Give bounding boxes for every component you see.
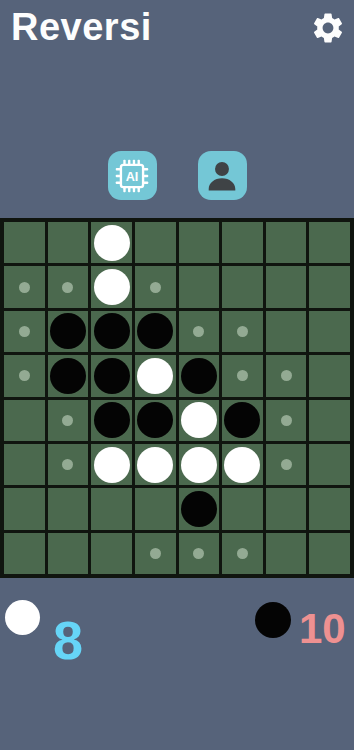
cell-f7[interactable] [222,488,263,529]
white-score-disc [5,600,40,635]
cell-d2[interactable] [135,266,176,307]
cell-e1[interactable] [179,222,220,263]
black-disc [224,402,260,438]
ai-mode-button[interactable]: AI [108,151,157,200]
legal-move-hint [62,459,73,470]
app-screen: Reversi [0,0,354,750]
cell-e2[interactable] [179,266,220,307]
cell-b4[interactable] [48,355,89,396]
cell-a3[interactable] [4,311,45,352]
cell-a7[interactable] [4,488,45,529]
cell-e8[interactable] [179,533,220,574]
black-disc [181,491,217,527]
legal-move-hint [19,282,30,293]
cell-c4[interactable] [91,355,132,396]
cell-a5[interactable] [4,400,45,441]
cell-c7[interactable] [91,488,132,529]
cell-d5[interactable] [135,400,176,441]
cell-f4[interactable] [222,355,263,396]
cell-g8[interactable] [266,533,307,574]
cell-a8[interactable] [4,533,45,574]
white-score-count: 8 [53,613,83,667]
cell-g7[interactable] [266,488,307,529]
white-disc [137,358,173,394]
cell-a6[interactable] [4,444,45,485]
cell-b3[interactable] [48,311,89,352]
cell-c5[interactable] [91,400,132,441]
cell-c3[interactable] [91,311,132,352]
cell-d6[interactable] [135,444,176,485]
cell-h4[interactable] [309,355,350,396]
cell-h5[interactable] [309,400,350,441]
cell-g5[interactable] [266,400,307,441]
ai-chip-icon: AI [113,157,151,195]
legal-move-hint [150,282,161,293]
cell-e6[interactable] [179,444,220,485]
cell-h1[interactable] [309,222,350,263]
cell-b2[interactable] [48,266,89,307]
cell-b6[interactable] [48,444,89,485]
cell-d4[interactable] [135,355,176,396]
page-title: Reversi [11,6,152,49]
cell-h6[interactable] [309,444,350,485]
black-score-disc [255,602,291,638]
cell-e3[interactable] [179,311,220,352]
board [0,218,354,578]
cell-c2[interactable] [91,266,132,307]
cell-g2[interactable] [266,266,307,307]
cell-g3[interactable] [266,311,307,352]
legal-move-hint [150,548,161,559]
cell-f3[interactable] [222,311,263,352]
cell-g6[interactable] [266,444,307,485]
cell-b1[interactable] [48,222,89,263]
cell-c8[interactable] [91,533,132,574]
legal-move-hint [237,326,248,337]
black-disc [94,358,130,394]
cell-d7[interactable] [135,488,176,529]
cell-g4[interactable] [266,355,307,396]
cell-h7[interactable] [309,488,350,529]
human-mode-button[interactable] [198,151,247,200]
cell-e5[interactable] [179,400,220,441]
settings-button[interactable] [310,10,346,46]
legal-move-hint [281,370,292,381]
cell-h2[interactable] [309,266,350,307]
cell-d8[interactable] [135,533,176,574]
legal-move-hint [19,370,30,381]
cell-h3[interactable] [309,311,350,352]
legal-move-hint [62,282,73,293]
cell-b8[interactable] [48,533,89,574]
black-disc [137,402,173,438]
cell-f6[interactable] [222,444,263,485]
black-disc [94,313,130,349]
white-disc [137,447,173,483]
black-disc [94,402,130,438]
cell-g1[interactable] [266,222,307,263]
black-disc [181,358,217,394]
white-disc [94,269,130,305]
legal-move-hint [62,415,73,426]
black-disc [50,358,86,394]
white-disc [94,225,130,261]
legal-move-hint [193,326,204,337]
gear-icon [310,10,346,46]
cell-b7[interactable] [48,488,89,529]
cell-e4[interactable] [179,355,220,396]
legal-move-hint [237,370,248,381]
cell-a4[interactable] [4,355,45,396]
cell-c6[interactable] [91,444,132,485]
cell-c1[interactable] [91,222,132,263]
cell-f2[interactable] [222,266,263,307]
white-disc [181,447,217,483]
cell-f5[interactable] [222,400,263,441]
cell-d1[interactable] [135,222,176,263]
ai-chip-label: AI [126,169,139,183]
mode-buttons: AI [0,151,354,200]
cell-d3[interactable] [135,311,176,352]
black-disc [137,313,173,349]
legal-move-hint [19,326,30,337]
white-disc [94,447,130,483]
cell-a2[interactable] [4,266,45,307]
cell-b5[interactable] [48,400,89,441]
black-score-count: 10 [299,608,346,650]
cell-f1[interactable] [222,222,263,263]
legal-move-hint [193,548,204,559]
cell-f8[interactable] [222,533,263,574]
cell-e7[interactable] [179,488,220,529]
legal-move-hint [281,415,292,426]
white-disc [224,447,260,483]
cell-h8[interactable] [309,533,350,574]
legal-move-hint [237,548,248,559]
person-icon [203,157,241,195]
legal-move-hint [281,459,292,470]
black-disc [50,313,86,349]
white-disc [181,402,217,438]
cell-a1[interactable] [4,222,45,263]
